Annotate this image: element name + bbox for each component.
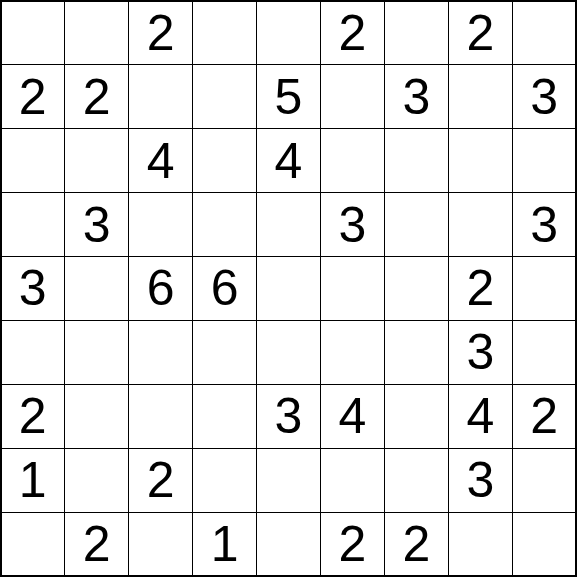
cell-r5c4[interactable]: 6 — [193, 257, 255, 319]
clue-number: 3 — [530, 72, 558, 122]
cell-r1c1[interactable] — [2, 2, 64, 64]
cell-r9c1[interactable] — [2, 513, 64, 575]
clue-number: 4 — [147, 136, 175, 186]
clue-number: 2 — [147, 8, 175, 58]
cell-r9c4[interactable]: 1 — [193, 513, 255, 575]
cell-r1c5[interactable] — [257, 2, 319, 64]
cell-r3c9[interactable] — [513, 129, 575, 191]
cell-r9c9[interactable] — [513, 513, 575, 575]
cell-r9c6[interactable]: 2 — [321, 513, 383, 575]
cell-r5c1[interactable]: 3 — [2, 257, 64, 319]
cell-r8c2[interactable] — [65, 449, 127, 511]
cell-r5c9[interactable] — [513, 257, 575, 319]
cell-r3c6[interactable] — [321, 129, 383, 191]
cell-r7c2[interactable] — [65, 385, 127, 447]
cell-r6c8[interactable]: 3 — [449, 321, 511, 383]
cell-r9c8[interactable] — [449, 513, 511, 575]
cell-r8c5[interactable] — [257, 449, 319, 511]
cell-r8c8[interactable]: 3 — [449, 449, 511, 511]
clue-number: 1 — [19, 455, 47, 505]
cell-r2c2[interactable]: 2 — [65, 65, 127, 127]
cell-r5c8[interactable]: 2 — [449, 257, 511, 319]
cell-r2c8[interactable] — [449, 65, 511, 127]
cell-r4c6[interactable]: 3 — [321, 193, 383, 255]
cell-r3c2[interactable] — [65, 129, 127, 191]
clue-number: 2 — [402, 519, 430, 569]
cell-r2c7[interactable]: 3 — [385, 65, 447, 127]
cell-r1c8[interactable]: 2 — [449, 2, 511, 64]
clue-number: 3 — [19, 263, 47, 313]
cell-r8c4[interactable] — [193, 449, 255, 511]
cell-r4c3[interactable] — [129, 193, 191, 255]
cell-r7c9[interactable]: 2 — [513, 385, 575, 447]
cell-r5c2[interactable] — [65, 257, 127, 319]
cell-r3c7[interactable] — [385, 129, 447, 191]
cell-r9c3[interactable] — [129, 513, 191, 575]
cell-r7c8[interactable]: 4 — [449, 385, 511, 447]
clue-number: 2 — [83, 519, 111, 569]
cell-r4c5[interactable] — [257, 193, 319, 255]
cell-r3c3[interactable]: 4 — [129, 129, 191, 191]
cell-r5c6[interactable] — [321, 257, 383, 319]
cell-r6c4[interactable] — [193, 321, 255, 383]
cell-r7c6[interactable]: 4 — [321, 385, 383, 447]
cell-r6c2[interactable] — [65, 321, 127, 383]
cell-r5c7[interactable] — [385, 257, 447, 319]
clue-number: 2 — [339, 8, 367, 58]
cell-r9c5[interactable] — [257, 513, 319, 575]
cell-r4c1[interactable] — [2, 193, 64, 255]
cell-r6c9[interactable] — [513, 321, 575, 383]
clue-number: 2 — [466, 8, 494, 58]
cell-r2c6[interactable] — [321, 65, 383, 127]
clue-number: 4 — [339, 391, 367, 441]
clue-number: 3 — [466, 455, 494, 505]
cell-r8c3[interactable]: 2 — [129, 449, 191, 511]
cell-r8c6[interactable] — [321, 449, 383, 511]
clue-number: 6 — [147, 263, 175, 313]
cell-r1c3[interactable]: 2 — [129, 2, 191, 64]
clue-number: 2 — [530, 391, 558, 441]
cell-r7c5[interactable]: 3 — [257, 385, 319, 447]
clue-number: 2 — [466, 263, 494, 313]
cell-r6c3[interactable] — [129, 321, 191, 383]
cell-r7c7[interactable] — [385, 385, 447, 447]
clue-number: 5 — [275, 72, 303, 122]
clue-number: 6 — [211, 263, 239, 313]
clue-number: 4 — [275, 136, 303, 186]
cell-r1c7[interactable] — [385, 2, 447, 64]
cell-r6c5[interactable] — [257, 321, 319, 383]
clue-number: 4 — [466, 391, 494, 441]
cell-r1c6[interactable]: 2 — [321, 2, 383, 64]
clue-number: 2 — [147, 455, 175, 505]
cell-r3c4[interactable] — [193, 129, 255, 191]
cell-r2c5[interactable]: 5 — [257, 65, 319, 127]
cell-r2c9[interactable]: 3 — [513, 65, 575, 127]
clue-number: 3 — [83, 200, 111, 250]
cell-r2c1[interactable]: 2 — [2, 65, 64, 127]
cell-r7c1[interactable]: 2 — [2, 385, 64, 447]
cell-r5c3[interactable]: 6 — [129, 257, 191, 319]
cell-r8c9[interactable] — [513, 449, 575, 511]
clue-number: 1 — [211, 519, 239, 569]
clue-number: 2 — [19, 391, 47, 441]
cell-r6c1[interactable] — [2, 321, 64, 383]
puzzle-board: 222225334433336623234421232122 — [0, 0, 577, 577]
cell-r8c1[interactable]: 1 — [2, 449, 64, 511]
cell-r3c1[interactable] — [2, 129, 64, 191]
cell-r2c4[interactable] — [193, 65, 255, 127]
cell-r1c4[interactable] — [193, 2, 255, 64]
cell-r7c3[interactable] — [129, 385, 191, 447]
clue-number: 3 — [530, 200, 558, 250]
cell-r4c7[interactable] — [385, 193, 447, 255]
cell-r3c5[interactable]: 4 — [257, 129, 319, 191]
cell-r8c7[interactable] — [385, 449, 447, 511]
clue-number: 3 — [275, 391, 303, 441]
clue-number: 2 — [339, 519, 367, 569]
cell-r7c4[interactable] — [193, 385, 255, 447]
clue-number: 3 — [402, 72, 430, 122]
cell-r6c6[interactable] — [321, 321, 383, 383]
clue-number: 2 — [83, 72, 111, 122]
clue-number: 2 — [19, 72, 47, 122]
cell-r1c2[interactable] — [65, 2, 127, 64]
clue-number: 3 — [466, 327, 494, 377]
cell-r6c7[interactable] — [385, 321, 447, 383]
clue-number: 3 — [339, 200, 367, 250]
cell-r4c8[interactable] — [449, 193, 511, 255]
cell-r2c3[interactable] — [129, 65, 191, 127]
cell-r9c7[interactable]: 2 — [385, 513, 447, 575]
cell-r9c2[interactable]: 2 — [65, 513, 127, 575]
cell-r1c9[interactable] — [513, 2, 575, 64]
cell-r4c9[interactable]: 3 — [513, 193, 575, 255]
cell-r3c8[interactable] — [449, 129, 511, 191]
cell-r4c4[interactable] — [193, 193, 255, 255]
cell-r5c5[interactable] — [257, 257, 319, 319]
cell-r4c2[interactable]: 3 — [65, 193, 127, 255]
